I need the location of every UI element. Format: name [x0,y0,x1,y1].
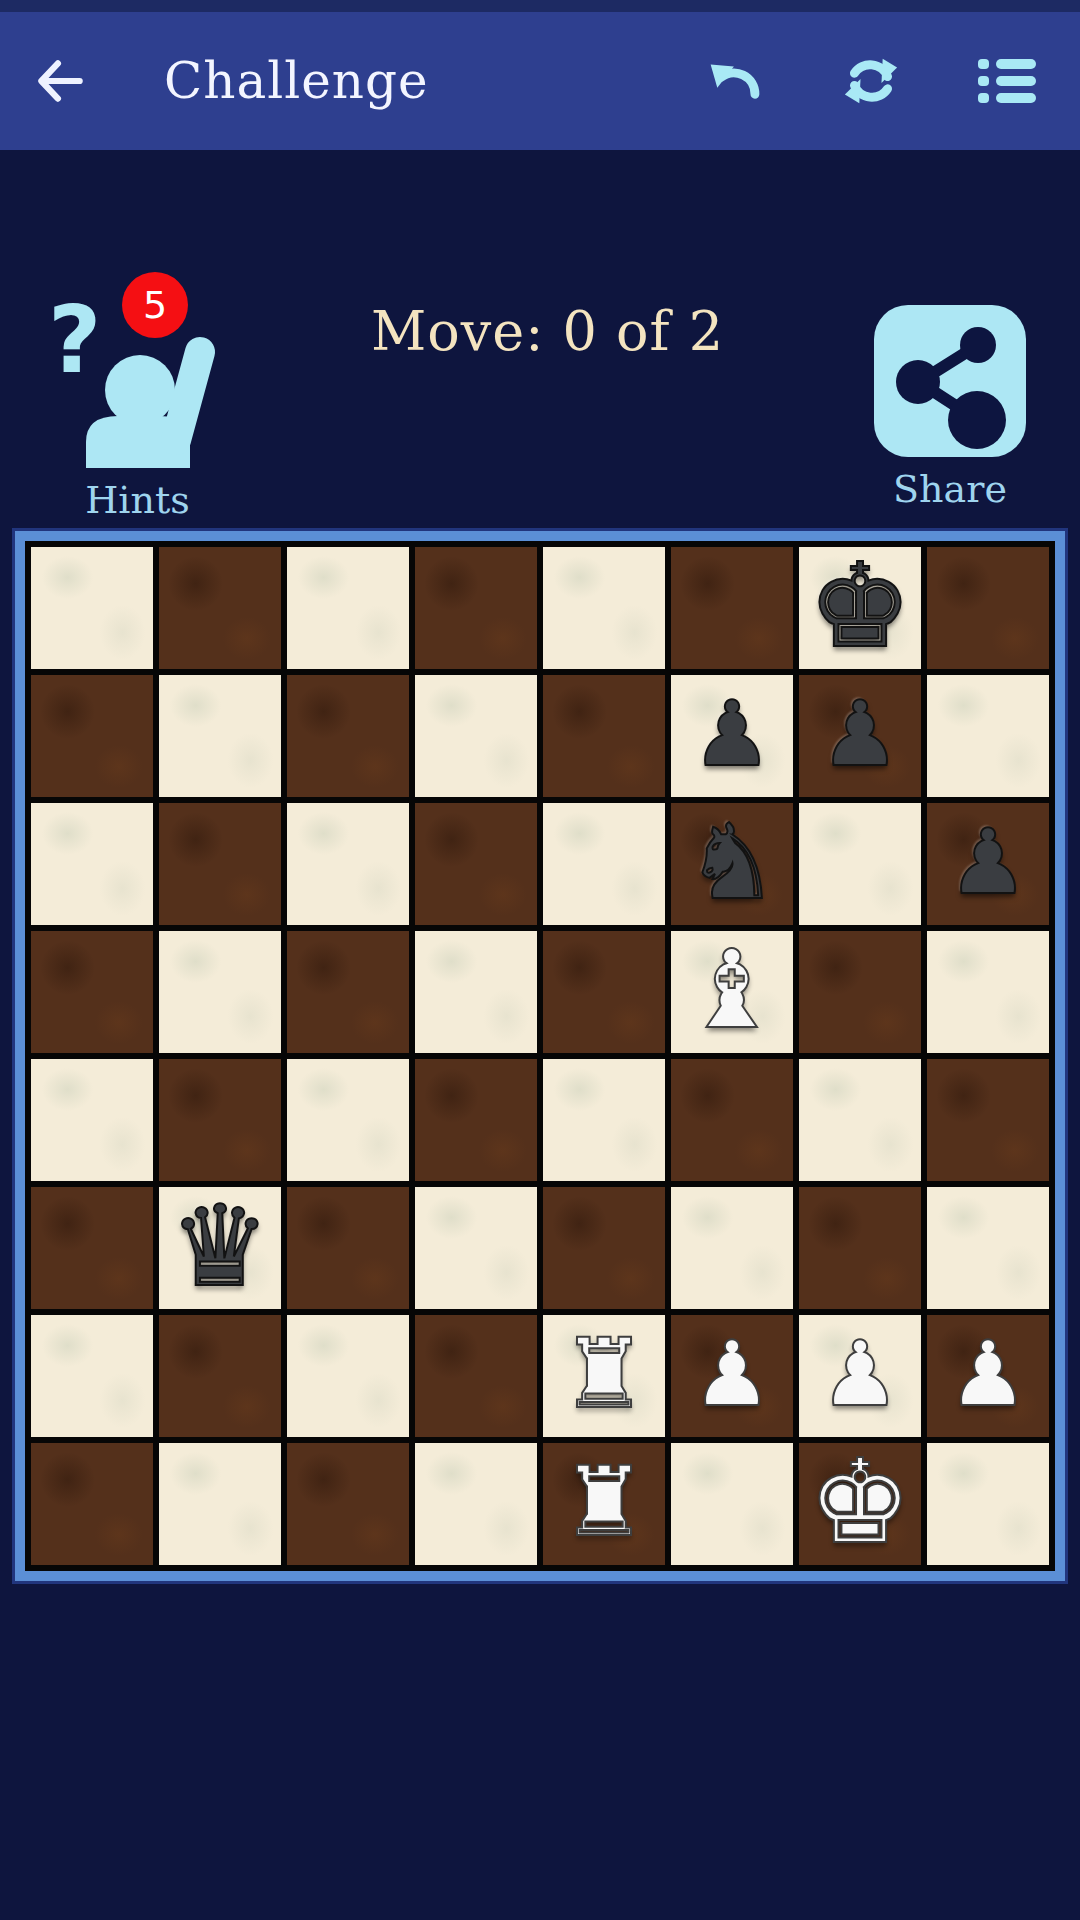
square-h3[interactable] [927,1187,1049,1309]
square-a6[interactable] [31,803,153,925]
square-b6[interactable] [159,803,281,925]
square-a7[interactable] [31,675,153,797]
square-f7[interactable]: ♟ [671,675,793,797]
square-b4[interactable] [159,1059,281,1181]
move-counter: Move: 0 of 2 [245,300,850,363]
square-g1[interactable]: ♚ [799,1443,921,1565]
square-e5[interactable] [543,931,665,1053]
square-c6[interactable] [287,803,409,925]
white-pawn: ♟ [820,1329,901,1419]
black-pawn: ♟ [692,689,773,779]
black-pawn: ♟ [948,817,1029,907]
square-a5[interactable] [31,931,153,1053]
square-c7[interactable] [287,675,409,797]
square-f4[interactable] [671,1059,793,1181]
square-b8[interactable] [159,547,281,669]
white-rook: ♜ [561,1454,647,1550]
square-d5[interactable] [415,931,537,1053]
square-h6[interactable]: ♟ [927,803,1049,925]
square-h2[interactable]: ♟ [927,1315,1049,1437]
square-e4[interactable] [543,1059,665,1181]
square-h8[interactable] [927,547,1049,669]
hints-button[interactable]: 5 ? Hints [30,290,245,522]
undo-button[interactable] [704,50,766,112]
square-d2[interactable] [415,1315,537,1437]
white-rook: ♜ [561,1326,647,1422]
square-e2[interactable]: ♜ [543,1315,665,1437]
square-a8[interactable] [31,547,153,669]
square-g5[interactable] [799,931,921,1053]
back-button[interactable] [28,49,92,113]
puzzle-toolbar: 5 ? Hints Move: 0 of 2 Share [0,150,1080,531]
move-list-icon [976,53,1038,109]
square-f6[interactable]: ♞ [671,803,793,925]
square-a1[interactable] [31,1443,153,1565]
square-h7[interactable] [927,675,1049,797]
restart-button[interactable] [840,50,902,112]
square-f5[interactable]: ♝ [671,931,793,1053]
square-g2[interactable]: ♟ [799,1315,921,1437]
square-f3[interactable] [671,1187,793,1309]
square-c1[interactable] [287,1443,409,1565]
square-c3[interactable] [287,1187,409,1309]
square-g3[interactable] [799,1187,921,1309]
square-e6[interactable] [543,803,665,925]
black-queen: ♛ [170,1190,270,1302]
svg-text:?: ? [48,290,101,394]
square-c2[interactable] [287,1315,409,1437]
undo-icon [704,50,766,112]
square-d7[interactable] [415,675,537,797]
square-b7[interactable] [159,675,281,797]
square-b5[interactable] [159,931,281,1053]
square-a3[interactable] [31,1187,153,1309]
white-pawn: ♟ [948,1329,1029,1419]
square-d8[interactable] [415,547,537,669]
square-e7[interactable] [543,675,665,797]
black-king: ♚ [808,548,912,664]
share-icon [874,305,1026,457]
moves-list-button[interactable] [976,50,1038,112]
square-e8[interactable] [543,547,665,669]
square-h4[interactable] [927,1059,1049,1181]
white-king: ♚ [808,1444,912,1560]
square-b2[interactable] [159,1315,281,1437]
square-g6[interactable] [799,803,921,925]
app-bar: Challenge [0,12,1080,150]
square-d4[interactable] [415,1059,537,1181]
square-a4[interactable] [31,1059,153,1181]
square-f2[interactable]: ♟ [671,1315,793,1437]
square-b1[interactable] [159,1443,281,1565]
hints-count-badge: 5 [122,272,188,338]
square-g7[interactable]: ♟ [799,675,921,797]
refresh-icon [840,50,902,112]
white-bishop: ♝ [684,936,781,1044]
square-b3[interactable]: ♛ [159,1187,281,1309]
square-a2[interactable] [31,1315,153,1437]
square-d6[interactable] [415,803,537,925]
hints-label: Hints [30,478,245,522]
page-title: Challenge [164,52,429,110]
share-label: Share [850,467,1050,511]
square-h5[interactable] [927,931,1049,1053]
square-f1[interactable] [671,1443,793,1565]
arrow-left-icon [31,52,89,110]
square-e1[interactable]: ♜ [543,1443,665,1565]
chess-board: ♚♟♟♞♟♝♛♜♟♟♟♜♚ [31,547,1049,1565]
square-f8[interactable] [671,547,793,669]
square-g4[interactable] [799,1059,921,1181]
square-c8[interactable] [287,547,409,669]
square-g8[interactable]: ♚ [799,547,921,669]
square-d1[interactable] [415,1443,537,1565]
share-button[interactable]: Share [850,305,1050,511]
white-pawn: ♟ [692,1329,773,1419]
square-e3[interactable] [543,1187,665,1309]
square-c4[interactable] [287,1059,409,1181]
square-d3[interactable] [415,1187,537,1309]
square-c5[interactable] [287,931,409,1053]
status-bar-strip [0,0,1080,12]
chess-board-frame: ♚♟♟♞♟♝♛♜♟♟♟♜♚ [15,531,1065,1581]
black-knight: ♞ [685,810,778,914]
black-pawn: ♟ [820,689,901,779]
square-h1[interactable] [927,1443,1049,1565]
